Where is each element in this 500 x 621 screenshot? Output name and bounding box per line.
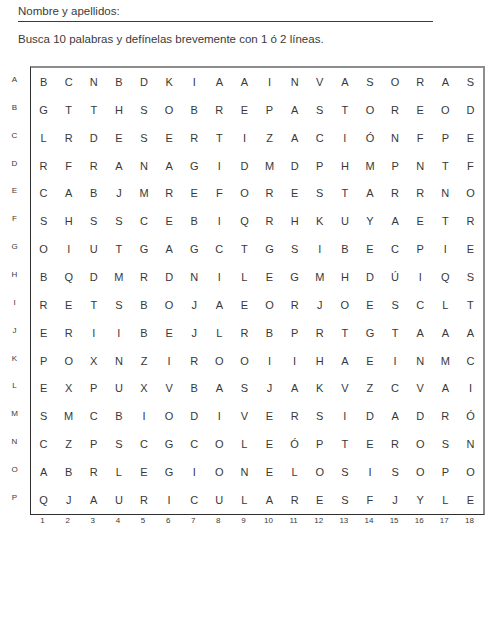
grid-cell-L14[interactable]: Z	[357, 374, 382, 402]
grid-cell-A17[interactable]: A	[433, 68, 458, 96]
grid-cell-F9[interactable]: Q	[232, 207, 257, 235]
grid-cell-J6[interactable]: E	[157, 319, 182, 347]
grid-cell-E10[interactable]: R	[257, 179, 282, 207]
grid-cell-M18[interactable]: Ó	[458, 402, 483, 430]
grid-cell-G1[interactable]: O	[31, 235, 56, 263]
grid-cell-O16[interactable]: O	[408, 458, 433, 486]
grid-cell-P11[interactable]: R	[282, 486, 307, 514]
grid-cell-J11[interactable]: P	[282, 319, 307, 347]
grid-cell-H8[interactable]: I	[207, 263, 232, 291]
col-label-17: 17	[432, 515, 457, 527]
grid-cell-A1[interactable]: B	[31, 68, 56, 96]
grid-cell-O18[interactable]: O	[458, 458, 483, 486]
grid-cell-J16[interactable]: A	[408, 319, 433, 347]
grid-cell-K12[interactable]: H	[307, 347, 332, 375]
grid-cell-B10[interactable]: P	[257, 96, 282, 124]
grid-cell-I4[interactable]: S	[106, 291, 131, 319]
grid-cell-A8[interactable]: A	[207, 68, 232, 96]
grid-cell-D2[interactable]: F	[56, 152, 81, 180]
grid-cell-J13[interactable]: T	[332, 319, 357, 347]
col-labels: 123456789101112131415161718	[30, 515, 482, 527]
grid-cell-A18[interactable]: S	[458, 68, 483, 96]
grid-cell-B17[interactable]: O	[433, 96, 458, 124]
grid-cell-I3[interactable]: T	[81, 291, 106, 319]
grid-cell-L6[interactable]: V	[157, 374, 182, 402]
col-label-12: 12	[306, 515, 331, 527]
col-label-9: 9	[231, 515, 256, 527]
grid-cell-N4[interactable]: S	[106, 430, 131, 458]
grid-cell-C15[interactable]: N	[383, 124, 408, 152]
grid-cell-D8[interactable]: I	[207, 152, 232, 180]
grid-cell-C7[interactable]: R	[182, 124, 207, 152]
grid-cell-O12[interactable]: O	[307, 458, 332, 486]
grid-cell-P4[interactable]: U	[106, 486, 131, 514]
grid-cell-N2[interactable]: Z	[56, 430, 81, 458]
grid-cell-F17[interactable]: T	[433, 207, 458, 235]
grid-cell-D17[interactable]: T	[433, 152, 458, 180]
grid-cell-N15[interactable]: R	[383, 430, 408, 458]
grid-cell-M16[interactable]: D	[408, 402, 433, 430]
grid-cell-E12[interactable]: S	[307, 179, 332, 207]
grid-cell-D12[interactable]: P	[307, 152, 332, 180]
grid-cell-E13[interactable]: T	[332, 179, 357, 207]
grid-cell-M8[interactable]: I	[207, 402, 232, 430]
grid-cell-G4[interactable]: T	[106, 235, 131, 263]
grid-cell-P2[interactable]: J	[56, 486, 81, 514]
grid-cell-A2[interactable]: C	[56, 68, 81, 96]
grid-cell-C1[interactable]: L	[31, 124, 56, 152]
grid-cell-N7[interactable]: C	[182, 430, 207, 458]
grid-cell-I10[interactable]: O	[257, 291, 282, 319]
grid-cell-H4[interactable]: M	[106, 263, 131, 291]
grid-cell-F10[interactable]: R	[257, 207, 282, 235]
grid-cell-E5[interactable]: M	[131, 179, 156, 207]
grid-cell-N1[interactable]: C	[31, 430, 56, 458]
grid-cell-G15[interactable]: C	[383, 235, 408, 263]
col-label-8: 8	[206, 515, 231, 527]
grid-cell-N11[interactable]: Ó	[282, 430, 307, 458]
grid-cell-J4[interactable]: I	[106, 319, 131, 347]
grid-cell-H6[interactable]: D	[157, 263, 182, 291]
grid-cell-C13[interactable]: I	[332, 124, 357, 152]
grid-cell-E3[interactable]: B	[81, 179, 106, 207]
grid-cell-K10[interactable]: I	[257, 347, 282, 375]
grid-cell-N6[interactable]: G	[157, 430, 182, 458]
grid-cell-O15[interactable]: S	[383, 458, 408, 486]
grid-cell-F2[interactable]: H	[56, 207, 81, 235]
grid-cell-L4[interactable]: U	[106, 374, 131, 402]
grid-cell-K8[interactable]: O	[207, 347, 232, 375]
grid-cell-I2[interactable]: E	[56, 291, 81, 319]
name-field[interactable]: Nombre y apellidos:	[18, 5, 433, 22]
grid-cell-L12[interactable]: K	[307, 374, 332, 402]
grid-cell-F3[interactable]: S	[81, 207, 106, 235]
grid-cell-B1[interactable]: G	[31, 96, 56, 124]
grid-cell-E11[interactable]: E	[282, 179, 307, 207]
grid-cell-B3[interactable]: T	[81, 96, 106, 124]
grid-cell-F8[interactable]: I	[207, 207, 232, 235]
grid-cell-G18[interactable]: E	[458, 235, 483, 263]
grid-cell-I17[interactable]: L	[433, 291, 458, 319]
grid-cell-L18[interactable]: I	[458, 374, 483, 402]
grid-cell-F18[interactable]: R	[458, 207, 483, 235]
grid-cell-B2[interactable]: T	[56, 96, 81, 124]
grid-cell-O1[interactable]: A	[31, 458, 56, 486]
grid-cell-B7[interactable]: B	[182, 96, 207, 124]
grid-cell-F7[interactable]: B	[182, 207, 207, 235]
grid-cell-P6[interactable]: I	[157, 486, 182, 514]
grid-cell-M2[interactable]: M	[56, 402, 81, 430]
grid-cell-N9[interactable]: L	[232, 430, 257, 458]
grid-cell-P7[interactable]: C	[182, 486, 207, 514]
grid-cell-O9[interactable]: N	[232, 458, 257, 486]
grid-cell-G8[interactable]: C	[207, 235, 232, 263]
grid-cell-K17[interactable]: M	[433, 347, 458, 375]
grid-cell-N13[interactable]: T	[332, 430, 357, 458]
grid-cell-H17[interactable]: Q	[433, 263, 458, 291]
grid-cell-F14[interactable]: Y	[357, 207, 382, 235]
grid-cell-A7[interactable]: I	[182, 68, 207, 96]
grid-cell-K6[interactable]: I	[157, 347, 182, 375]
grid-cell-L5[interactable]: X	[131, 374, 156, 402]
grid-cell-B15[interactable]: R	[383, 96, 408, 124]
grid-cell-L15[interactable]: C	[383, 374, 408, 402]
grid-cell-N14[interactable]: E	[357, 430, 382, 458]
grid-cell-G3[interactable]: U	[81, 235, 106, 263]
grid-cell-F16[interactable]: E	[408, 207, 433, 235]
grid-cell-I13[interactable]: O	[332, 291, 357, 319]
grid-cell-O6[interactable]: G	[157, 458, 182, 486]
grid-cell-M5[interactable]: I	[131, 402, 156, 430]
grid-cell-A10[interactable]: I	[257, 68, 282, 96]
grid-cell-A11[interactable]: N	[282, 68, 307, 96]
grid-cell-C17[interactable]: P	[433, 124, 458, 152]
grid-cell-I7[interactable]: J	[182, 291, 207, 319]
grid-cell-J14[interactable]: G	[357, 319, 382, 347]
grid-cell-H14[interactable]: D	[357, 263, 382, 291]
grid-cell-M6[interactable]: O	[157, 402, 182, 430]
grid-cell-N8[interactable]: O	[207, 430, 232, 458]
grid-cell-D18[interactable]: F	[458, 152, 483, 180]
grid-cell-K15[interactable]: I	[383, 347, 408, 375]
grid-cell-E2[interactable]: A	[56, 179, 81, 207]
grid-cell-I14[interactable]: E	[357, 291, 382, 319]
grid-cell-H15[interactable]: Ú	[383, 263, 408, 291]
grid-cell-O13[interactable]: S	[332, 458, 357, 486]
grid-cell-P15[interactable]: J	[383, 486, 408, 514]
grid-cell-N12[interactable]: P	[307, 430, 332, 458]
grid-cell-P14[interactable]: F	[357, 486, 382, 514]
grid-cell-H16[interactable]: I	[408, 263, 433, 291]
grid-cell-L10[interactable]: J	[257, 374, 282, 402]
grid-cell-D5[interactable]: N	[131, 152, 156, 180]
grid-cell-M15[interactable]: A	[383, 402, 408, 430]
col-label-15: 15	[382, 515, 407, 527]
grid-cell-J9[interactable]: R	[232, 319, 257, 347]
grid-cell-P18[interactable]: E	[458, 486, 483, 514]
grid-cell-B6[interactable]: O	[157, 96, 182, 124]
grid-cell-M3[interactable]: C	[81, 402, 106, 430]
grid-cell-G11[interactable]: S	[282, 235, 307, 263]
grid-cell-C5[interactable]: S	[131, 124, 156, 152]
grid-cell-J12[interactable]: R	[307, 319, 332, 347]
grid-cell-J15[interactable]: T	[383, 319, 408, 347]
grid-cell-K16[interactable]: N	[408, 347, 433, 375]
grid-cell-C6[interactable]: E	[157, 124, 182, 152]
grid-cell-L13[interactable]: V	[332, 374, 357, 402]
grid-cell-B9[interactable]: E	[232, 96, 257, 124]
grid-cell-P12[interactable]: E	[307, 486, 332, 514]
grid-cell-G14[interactable]: E	[357, 235, 382, 263]
grid-cell-F1[interactable]: S	[31, 207, 56, 235]
grid-cell-N5[interactable]: C	[131, 430, 156, 458]
grid-cell-A12[interactable]: V	[307, 68, 332, 96]
grid-cell-L17[interactable]: A	[433, 374, 458, 402]
grid-cell-H1[interactable]: B	[31, 263, 56, 291]
grid-cell-P5[interactable]: R	[131, 486, 156, 514]
grid-cell-A9[interactable]: A	[232, 68, 257, 96]
grid-cell-J7[interactable]: J	[182, 319, 207, 347]
grid-cell-L9[interactable]: S	[232, 374, 257, 402]
grid-cell-M11[interactable]: R	[282, 402, 307, 430]
grid-cell-E9[interactable]: O	[232, 179, 257, 207]
grid-cell-H13[interactable]: H	[332, 263, 357, 291]
grid-cell-B16[interactable]: E	[408, 96, 433, 124]
grid-cell-G17[interactable]: I	[433, 235, 458, 263]
grid-cell-K14[interactable]: E	[357, 347, 382, 375]
row-label-D: D	[0, 150, 29, 178]
grid-cell-B12[interactable]: S	[307, 96, 332, 124]
grid-cell-A14[interactable]: S	[357, 68, 382, 96]
grid-cell-B8[interactable]: R	[207, 96, 232, 124]
grid-cell-N16[interactable]: O	[408, 430, 433, 458]
grid-cell-B4[interactable]: H	[106, 96, 131, 124]
grid-cell-A15[interactable]: O	[383, 68, 408, 96]
grid-cell-F11[interactable]: H	[282, 207, 307, 235]
grid-cell-P3[interactable]: A	[81, 486, 106, 514]
grid-cell-I9[interactable]: E	[232, 291, 257, 319]
grid-cell-M9[interactable]: V	[232, 402, 257, 430]
grid-cell-C18[interactable]: E	[458, 124, 483, 152]
grid-cell-F13[interactable]: U	[332, 207, 357, 235]
grid-cell-L3[interactable]: P	[81, 374, 106, 402]
grid-cell-I1[interactable]: R	[31, 291, 56, 319]
grid-cell-G2[interactable]: I	[56, 235, 81, 263]
grid-cell-P10[interactable]: A	[257, 486, 282, 514]
grid-cell-H12[interactable]: M	[307, 263, 332, 291]
grid-cell-E7[interactable]: E	[182, 179, 207, 207]
col-label-4: 4	[105, 515, 130, 527]
grid-cell-D6[interactable]: A	[157, 152, 182, 180]
grid-cell-L7[interactable]: B	[182, 374, 207, 402]
grid-cell-M4[interactable]: B	[106, 402, 131, 430]
grid-cell-O7[interactable]: I	[182, 458, 207, 486]
grid-cell-K13[interactable]: A	[332, 347, 357, 375]
grid-cell-C14[interactable]: Ó	[357, 124, 382, 152]
grid-cell-E8[interactable]: F	[207, 179, 232, 207]
grid-cell-M1[interactable]: S	[31, 402, 56, 430]
grid-cell-J10[interactable]: B	[257, 319, 282, 347]
grid-cell-G7[interactable]: G	[182, 235, 207, 263]
grid-cell-B14[interactable]: O	[357, 96, 382, 124]
grid-cell-B5[interactable]: S	[131, 96, 156, 124]
grid-cell-D15[interactable]: P	[383, 152, 408, 180]
grid-cell-H9[interactable]: L	[232, 263, 257, 291]
grid-cell-N3[interactable]: P	[81, 430, 106, 458]
grid-cell-E14[interactable]: A	[357, 179, 382, 207]
grid-cell-G5[interactable]: G	[131, 235, 156, 263]
grid-cell-H5[interactable]: R	[131, 263, 156, 291]
grid-cell-J1[interactable]: E	[31, 319, 56, 347]
grid-cell-P1[interactable]: Q	[31, 486, 56, 514]
row-label-J: J	[0, 317, 29, 345]
grid-cell-M12[interactable]: S	[307, 402, 332, 430]
grid-cell-D3[interactable]: R	[81, 152, 106, 180]
grid-cell-H11[interactable]: G	[282, 263, 307, 291]
grid-cell-K5[interactable]: Z	[131, 347, 156, 375]
grid-cell-H18[interactable]: S	[458, 263, 483, 291]
grid-cell-C9[interactable]: I	[232, 124, 257, 152]
grid-cell-O17[interactable]: P	[433, 458, 458, 486]
grid-cell-C16[interactable]: F	[408, 124, 433, 152]
grid-cell-M7[interactable]: D	[182, 402, 207, 430]
grid-cell-O10[interactable]: E	[257, 458, 282, 486]
grid-cell-J3[interactable]: I	[81, 319, 106, 347]
grid-cell-J2[interactable]: R	[56, 319, 81, 347]
grid-cell-K1[interactable]: P	[31, 347, 56, 375]
grid-cell-D16[interactable]: N	[408, 152, 433, 180]
grid-cell-E6[interactable]: R	[157, 179, 182, 207]
grid-cell-C12[interactable]: C	[307, 124, 332, 152]
grid-cell-O2[interactable]: B	[56, 458, 81, 486]
grid-cell-M14[interactable]: D	[357, 402, 382, 430]
grid-cell-C8[interactable]: T	[207, 124, 232, 152]
grid-cell-I11[interactable]: R	[282, 291, 307, 319]
grid-cell-E15[interactable]: R	[383, 179, 408, 207]
grid-cell-O4[interactable]: L	[106, 458, 131, 486]
grid-cell-G9[interactable]: T	[232, 235, 257, 263]
grid-cell-J8[interactable]: L	[207, 319, 232, 347]
grid-cell-I8[interactable]: A	[207, 291, 232, 319]
grid-cell-E1[interactable]: C	[31, 179, 56, 207]
grid-cell-A4[interactable]: B	[106, 68, 131, 96]
grid-cell-L8[interactable]: A	[207, 374, 232, 402]
grid-cell-A5[interactable]: D	[131, 68, 156, 96]
grid-cell-B11[interactable]: A	[282, 96, 307, 124]
grid-cell-O5[interactable]: E	[131, 458, 156, 486]
grid-cell-L11[interactable]: A	[282, 374, 307, 402]
grid-cell-F6[interactable]: E	[157, 207, 182, 235]
grid-cell-D9[interactable]: D	[232, 152, 257, 180]
grid-cell-P9[interactable]: L	[232, 486, 257, 514]
grid-cell-I16[interactable]: C	[408, 291, 433, 319]
grid-cell-G12[interactable]: I	[307, 235, 332, 263]
grid-cell-F5[interactable]: C	[131, 207, 156, 235]
grid-cell-F15[interactable]: A	[383, 207, 408, 235]
grid-cell-H2[interactable]: Q	[56, 263, 81, 291]
grid-cell-N17[interactable]: S	[433, 430, 458, 458]
grid-cell-F12[interactable]: K	[307, 207, 332, 235]
grid-cell-E17[interactable]: N	[433, 179, 458, 207]
grid-cell-O3[interactable]: R	[81, 458, 106, 486]
grid-cell-L1[interactable]: E	[31, 374, 56, 402]
grid-cell-K7[interactable]: R	[182, 347, 207, 375]
grid-cell-C10[interactable]: Z	[257, 124, 282, 152]
grid-cell-E4[interactable]: J	[106, 179, 131, 207]
grid-cell-J18[interactable]: A	[458, 319, 483, 347]
grid-cell-B13[interactable]: T	[332, 96, 357, 124]
grid-cell-B18[interactable]: D	[458, 96, 483, 124]
grid-cell-G6[interactable]: A	[157, 235, 182, 263]
grid-cell-O14[interactable]: I	[357, 458, 382, 486]
grid-cell-D11[interactable]: D	[282, 152, 307, 180]
grid-cell-O11[interactable]: L	[282, 458, 307, 486]
grid-cell-I6[interactable]: O	[157, 291, 182, 319]
grid-cell-D4[interactable]: A	[106, 152, 131, 180]
grid-cell-K18[interactable]: C	[458, 347, 483, 375]
grid-cell-J5[interactable]: B	[131, 319, 156, 347]
grid-cell-M10[interactable]: E	[257, 402, 282, 430]
grid-cell-G16[interactable]: P	[408, 235, 433, 263]
grid-cell-O8[interactable]: O	[207, 458, 232, 486]
grid-cell-K11[interactable]: I	[282, 347, 307, 375]
grid-cell-A6[interactable]: K	[157, 68, 182, 96]
grid-cell-P16[interactable]: Y	[408, 486, 433, 514]
grid-cell-D1[interactable]: R	[31, 152, 56, 180]
grid-cell-A3[interactable]: N	[81, 68, 106, 96]
grid-cell-M17[interactable]: R	[433, 402, 458, 430]
grid-cell-C2[interactable]: R	[56, 124, 81, 152]
grid-cell-P17[interactable]: L	[433, 486, 458, 514]
grid-cell-I15[interactable]: S	[383, 291, 408, 319]
grid-cell-N10[interactable]: E	[257, 430, 282, 458]
row-label-B: B	[0, 94, 29, 122]
grid-cell-A16[interactable]: R	[408, 68, 433, 96]
grid-cell-H10[interactable]: E	[257, 263, 282, 291]
grid-cell-D13[interactable]: H	[332, 152, 357, 180]
grid-cell-I18[interactable]: T	[458, 291, 483, 319]
grid-cell-K9[interactable]: O	[232, 347, 257, 375]
grid-cell-J17[interactable]: A	[433, 319, 458, 347]
grid-cell-K4[interactable]: N	[106, 347, 131, 375]
grid-cell-D14[interactable]: M	[357, 152, 382, 180]
grid-cell-L16[interactable]: V	[408, 374, 433, 402]
grid-cell-K2[interactable]: O	[56, 347, 81, 375]
grid-cell-C11[interactable]: A	[282, 124, 307, 152]
grid-cell-D7[interactable]: G	[182, 152, 207, 180]
grid-cell-I12[interactable]: J	[307, 291, 332, 319]
grid-cell-M13[interactable]: I	[332, 402, 357, 430]
grid-cell-E16[interactable]: R	[408, 179, 433, 207]
grid-cell-P13[interactable]: S	[332, 486, 357, 514]
grid-cell-H3[interactable]: D	[81, 263, 106, 291]
grid-cell-I5[interactable]: B	[131, 291, 156, 319]
grid-cell-G10[interactable]: G	[257, 235, 282, 263]
grid-cell-A13[interactable]: A	[332, 68, 357, 96]
row-label-E: E	[0, 177, 29, 205]
grid-cell-P8[interactable]: U	[207, 486, 232, 514]
grid-cell-G13[interactable]: B	[332, 235, 357, 263]
grid-cell-C3[interactable]: D	[81, 124, 106, 152]
grid-cell-K3[interactable]: X	[81, 347, 106, 375]
grid-cell-C4[interactable]: E	[106, 124, 131, 152]
grid-cell-D10[interactable]: M	[257, 152, 282, 180]
grid-cell-H7[interactable]: N	[182, 263, 207, 291]
grid-cell-L2[interactable]: X	[56, 374, 81, 402]
grid-cell-N18[interactable]: N	[458, 430, 483, 458]
grid-cell-E18[interactable]: O	[458, 179, 483, 207]
grid-cell-F4[interactable]: S	[106, 207, 131, 235]
